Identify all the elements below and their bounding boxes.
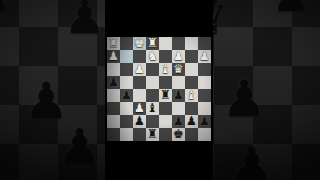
square-d1 xyxy=(159,37,172,50)
piece-wP-f3: ♟ xyxy=(134,63,145,76)
piece-bP-g5: ♟ xyxy=(121,89,132,102)
square-a6 xyxy=(198,102,211,115)
square-e1: ♜ xyxy=(146,37,159,50)
square-g2 xyxy=(120,50,133,63)
piece-wB-d3: ♝ xyxy=(160,63,171,76)
square-e3 xyxy=(146,63,159,76)
piece-bP-a7: ♟ xyxy=(199,115,210,128)
square-b1 xyxy=(185,37,198,50)
square-f4 xyxy=(133,76,146,89)
square-f6: ♟ xyxy=(133,102,146,115)
square-h7 xyxy=(107,115,120,128)
square-c3: ♛ xyxy=(172,63,185,76)
square-f5 xyxy=(133,89,146,102)
square-a3 xyxy=(198,63,211,76)
square-f7: ♟ xyxy=(133,115,146,128)
square-g6 xyxy=(120,102,133,115)
square-d2 xyxy=(159,50,172,63)
square-f3: ♟ xyxy=(133,63,146,76)
square-d8 xyxy=(159,128,172,141)
piece-bP-f7: ♟ xyxy=(134,115,145,128)
piece-wK-f1: ♚ xyxy=(134,37,145,50)
piece-bP-c5: ♟ xyxy=(173,89,184,102)
square-h6 xyxy=(107,102,120,115)
square-d4 xyxy=(159,76,172,89)
square-c8: ♚ xyxy=(172,128,185,141)
piece-bR-d5: ♜ xyxy=(160,89,171,102)
piece-wP-c2: ♟ xyxy=(173,50,184,63)
square-g7 xyxy=(120,115,133,128)
square-e6: ♝ xyxy=(146,102,159,115)
square-e4 xyxy=(146,76,159,89)
square-a1 xyxy=(198,37,211,50)
square-c7: ♟ xyxy=(172,115,185,128)
piece-wP-a2: ♟ xyxy=(199,50,210,63)
square-h1: ♜ xyxy=(107,37,120,50)
square-g1 xyxy=(120,37,133,50)
piece-wP-h2: ♟ xyxy=(108,50,119,63)
square-a8 xyxy=(198,128,211,141)
square-d3: ♝ xyxy=(159,63,172,76)
piece-bB-e6: ♝ xyxy=(147,102,158,115)
square-d5: ♜ xyxy=(159,89,172,102)
square-c1 xyxy=(172,37,185,50)
chess-board: ♜♚♜♟♞♟♟♟♝♛♟♟♜♟♝♟♝♟♟♟♟♜♚ xyxy=(107,37,211,141)
square-h5 xyxy=(107,89,120,102)
square-b4 xyxy=(185,76,198,89)
square-b8 xyxy=(185,128,198,141)
square-h4: ♟ xyxy=(107,76,120,89)
square-e7 xyxy=(146,115,159,128)
square-g8 xyxy=(120,128,133,141)
piece-wR-e1: ♜ xyxy=(147,37,158,50)
piece-wR-h1: ♜ xyxy=(108,37,119,50)
square-b7: ♟ xyxy=(185,115,198,128)
square-b5: ♝ xyxy=(185,89,198,102)
square-f1: ♚ xyxy=(133,37,146,50)
piece-bP-b7: ♟ xyxy=(186,115,197,128)
square-c4 xyxy=(172,76,185,89)
square-h2: ♟ xyxy=(107,50,120,63)
square-d7 xyxy=(159,115,172,128)
square-b3 xyxy=(185,63,198,76)
square-h3 xyxy=(107,63,120,76)
square-a4 xyxy=(198,76,211,89)
square-b2 xyxy=(185,50,198,63)
square-b6 xyxy=(185,102,198,115)
piece-bK-c8: ♚ xyxy=(173,128,184,141)
piece-bP-c7: ♟ xyxy=(173,115,184,128)
square-f8 xyxy=(133,128,146,141)
square-h8 xyxy=(107,128,120,141)
square-e8: ♜ xyxy=(146,128,159,141)
square-c5: ♟ xyxy=(172,89,185,102)
piece-bP-h4: ♟ xyxy=(108,76,119,89)
square-a7: ♟ xyxy=(198,115,211,128)
square-g4 xyxy=(120,76,133,89)
piece-bR-e8: ♜ xyxy=(147,128,158,141)
square-g5: ♟ xyxy=(120,89,133,102)
square-e2: ♞ xyxy=(146,50,159,63)
square-c2: ♟ xyxy=(172,50,185,63)
piece-wQ-c3: ♛ xyxy=(173,63,184,76)
piece-wP-f6: ♟ xyxy=(134,102,145,115)
video-frame: 345♟♟♛♟♟♟♟♟ ♜♚♜♟♞♟♟♟♝♛♟♟♜♟♝♟♝♟♟♟♟♜♚ xyxy=(0,0,320,180)
square-a2: ♟ xyxy=(198,50,211,63)
square-f2 xyxy=(133,50,146,63)
square-d6 xyxy=(159,102,172,115)
square-a5 xyxy=(198,89,211,102)
piece-wB-b5: ♝ xyxy=(186,89,197,102)
square-c6 xyxy=(172,102,185,115)
square-g3 xyxy=(120,63,133,76)
square-e5 xyxy=(146,89,159,102)
piece-wN-e2: ♞ xyxy=(147,50,158,63)
